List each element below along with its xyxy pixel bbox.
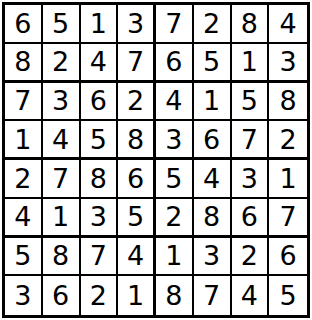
cell-r6c4[interactable]: 5 [118, 199, 156, 238]
cell-r8c1[interactable]: 3 [5, 276, 43, 315]
cell-r1c8[interactable]: 4 [269, 5, 307, 44]
cell-r3c1[interactable]: 7 [5, 83, 43, 122]
cell-r4c8[interactable]: 2 [269, 121, 307, 160]
cell-r4c4[interactable]: 8 [118, 121, 156, 160]
cell-r3c8[interactable]: 8 [269, 83, 307, 122]
cell-r1c2[interactable]: 5 [43, 5, 81, 44]
cell-r1c4[interactable]: 3 [118, 5, 156, 44]
cell-r8c6[interactable]: 7 [194, 276, 232, 315]
cell-r1c7[interactable]: 8 [232, 5, 270, 44]
cell-r2c6[interactable]: 5 [194, 44, 232, 83]
cell-r8c5[interactable]: 8 [156, 276, 194, 315]
cell-r3c3[interactable]: 6 [81, 83, 119, 122]
cell-r8c2[interactable]: 6 [43, 276, 81, 315]
cell-r8c4[interactable]: 1 [118, 276, 156, 315]
cell-r4c1[interactable]: 1 [5, 121, 43, 160]
cell-r5c3[interactable]: 8 [81, 160, 119, 199]
cell-r1c6[interactable]: 2 [194, 5, 232, 44]
cell-r7c5[interactable]: 1 [156, 238, 194, 277]
cell-r5c7[interactable]: 3 [232, 160, 270, 199]
cell-r2c3[interactable]: 4 [81, 44, 119, 83]
cell-r2c4[interactable]: 7 [118, 44, 156, 83]
cell-r3c6[interactable]: 1 [194, 83, 232, 122]
cell-r1c5[interactable]: 7 [156, 5, 194, 44]
cell-r7c8[interactable]: 6 [269, 238, 307, 277]
cell-r4c2[interactable]: 4 [43, 121, 81, 160]
cell-r6c5[interactable]: 2 [156, 199, 194, 238]
cell-r5c1[interactable]: 2 [5, 160, 43, 199]
cell-r4c7[interactable]: 7 [232, 121, 270, 160]
cell-r4c3[interactable]: 5 [81, 121, 119, 160]
cell-r7c3[interactable]: 7 [81, 238, 119, 277]
cell-r2c5[interactable]: 6 [156, 44, 194, 83]
cell-r2c1[interactable]: 8 [5, 44, 43, 83]
cell-r3c4[interactable]: 2 [118, 83, 156, 122]
cell-r5c8[interactable]: 1 [269, 160, 307, 199]
cell-r5c4[interactable]: 6 [118, 160, 156, 199]
cell-r3c7[interactable]: 5 [232, 83, 270, 122]
cell-r7c6[interactable]: 3 [194, 238, 232, 277]
cell-r6c6[interactable]: 8 [194, 199, 232, 238]
cell-r5c5[interactable]: 5 [156, 160, 194, 199]
cell-r5c6[interactable]: 4 [194, 160, 232, 199]
cell-r7c2[interactable]: 8 [43, 238, 81, 277]
cell-r6c3[interactable]: 3 [81, 199, 119, 238]
cell-r2c7[interactable]: 1 [232, 44, 270, 83]
cell-r4c5[interactable]: 3 [156, 121, 194, 160]
cell-r7c4[interactable]: 4 [118, 238, 156, 277]
cell-r4c6[interactable]: 6 [194, 121, 232, 160]
cell-r8c3[interactable]: 2 [81, 276, 119, 315]
cell-r7c1[interactable]: 5 [5, 238, 43, 277]
cell-r3c2[interactable]: 3 [43, 83, 81, 122]
cell-r3c5[interactable]: 4 [156, 83, 194, 122]
cell-r1c1[interactable]: 6 [5, 5, 43, 44]
cell-r8c8[interactable]: 5 [269, 276, 307, 315]
cell-r6c7[interactable]: 6 [232, 199, 270, 238]
cell-r8c7[interactable]: 4 [232, 276, 270, 315]
sudoku-board: 6 5 1 3 7 2 8 4 8 2 4 7 6 5 1 3 7 3 6 2 … [2, 2, 310, 318]
cell-r1c3[interactable]: 1 [81, 5, 119, 44]
cell-r2c8[interactable]: 3 [269, 44, 307, 83]
cell-r6c1[interactable]: 4 [5, 199, 43, 238]
cell-r6c2[interactable]: 1 [43, 199, 81, 238]
cell-r7c7[interactable]: 2 [232, 238, 270, 277]
cell-r6c8[interactable]: 7 [269, 199, 307, 238]
cell-r2c2[interactable]: 2 [43, 44, 81, 83]
cell-r5c2[interactable]: 7 [43, 160, 81, 199]
